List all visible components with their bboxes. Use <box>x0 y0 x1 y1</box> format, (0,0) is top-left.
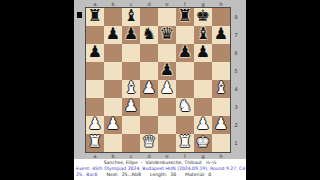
square-g4[interactable] <box>194 80 212 98</box>
game-length: Length: 30 <box>150 172 176 177</box>
black-king-piece[interactable]: ♚ <box>196 7 210 25</box>
black-player-name: Vandenbussche, Thibaut <box>145 160 201 165</box>
rank-label-1: 1 <box>232 134 240 152</box>
last-move: 25. Bxc6 <box>76 172 97 177</box>
white-king-piece[interactable]: ♚ <box>196 133 210 151</box>
white-pawn-piece[interactable]: ♟ <box>88 115 102 133</box>
square-a5[interactable] <box>86 62 104 80</box>
players-separator: - <box>141 160 143 165</box>
white-bishop-piece[interactable]: ♝ <box>124 79 138 97</box>
black-pawn-piece[interactable]: ♟ <box>196 43 210 61</box>
square-d6[interactable] <box>140 44 158 62</box>
side-to-move-indicator <box>77 12 82 18</box>
square-e4[interactable]: ♟ <box>158 80 176 98</box>
black-knight-piece[interactable]: ♞ <box>142 25 156 43</box>
white-rook-piece[interactable]: ♜ <box>178 133 192 151</box>
black-pawn-piece[interactable]: ♟ <box>106 25 120 43</box>
square-b4[interactable] <box>104 80 122 98</box>
square-h1[interactable] <box>212 134 230 152</box>
material-balance: Material: 0 <box>185 172 211 177</box>
white-pawn-piece[interactable]: ♟ <box>196 115 210 133</box>
square-h7[interactable]: ♟ <box>212 26 230 44</box>
black-pawn-piece[interactable]: ♟ <box>214 25 228 43</box>
square-h4[interactable]: ♝ <box>212 80 230 98</box>
game-result: ½-½ <box>206 160 217 165</box>
black-pawn-piece[interactable]: ♟ <box>160 61 174 79</box>
chess-board: ♜♝♜♚♟♟♞♛♝♟♟♟♟♟♝♟♟♝♟♞♟♟♟♟♜♛♜♚ <box>85 7 231 153</box>
black-pawn-piece[interactable]: ♟ <box>178 43 192 61</box>
rank-label-2: 2 <box>232 116 240 134</box>
square-e2[interactable] <box>158 116 176 134</box>
square-b1[interactable] <box>104 134 122 152</box>
square-g6[interactable]: ♟ <box>194 44 212 62</box>
black-bishop-piece[interactable]: ♝ <box>124 7 138 25</box>
next-move: Next: 25...Rb8 <box>106 172 140 177</box>
white-pawn-piece[interactable]: ♟ <box>142 79 156 97</box>
square-b2[interactable]: ♟ <box>104 116 122 134</box>
square-f5[interactable] <box>176 62 194 80</box>
square-c7[interactable]: ♟ <box>122 26 140 44</box>
white-bishop-piece[interactable]: ♝ <box>214 79 228 97</box>
rank-label-5: 5 <box>232 62 240 80</box>
square-h2[interactable]: ♟ <box>212 116 230 134</box>
white-rook-piece[interactable]: ♜ <box>88 133 102 151</box>
square-f1[interactable]: ♜ <box>176 134 194 152</box>
square-d3[interactable] <box>140 98 158 116</box>
black-pawn-piece[interactable]: ♟ <box>124 25 138 43</box>
square-a6[interactable]: ♟ <box>86 44 104 62</box>
rank-label-4: 4 <box>232 80 240 98</box>
square-c2[interactable] <box>122 116 140 134</box>
square-b7[interactable]: ♟ <box>104 26 122 44</box>
square-e1[interactable] <box>158 134 176 152</box>
square-e3[interactable] <box>158 98 176 116</box>
rank-label-3: 3 <box>232 98 240 116</box>
black-rook-piece[interactable]: ♜ <box>88 7 102 25</box>
square-b6[interactable] <box>104 44 122 62</box>
square-a4[interactable] <box>86 80 104 98</box>
black-queen-piece[interactable]: ♛ <box>160 25 174 43</box>
caption-panel: Sanches, Filipe-Vandenbussche, Thibaut½-… <box>74 159 246 180</box>
square-f6[interactable]: ♟ <box>176 44 194 62</box>
square-f8[interactable]: ♜ <box>176 8 194 26</box>
rank-labels-right: 87654321 <box>232 8 240 152</box>
rank-label-7: 7 <box>232 26 240 44</box>
video-frame: abcdefgh ♜♝♜♚♟♟♞♛♝♟♟♟♟♟♝♟♟♝♟♞♟♟♟♟♜♛♜♚ 87… <box>0 0 320 180</box>
white-player-name: Sanches, Filipe <box>104 160 138 165</box>
square-e7[interactable]: ♛ <box>158 26 176 44</box>
square-c3[interactable]: ♟ <box>122 98 140 116</box>
square-d7[interactable]: ♞ <box>140 26 158 44</box>
square-a8[interactable]: ♜ <box>86 8 104 26</box>
square-f3[interactable]: ♞ <box>176 98 194 116</box>
white-pawn-piece[interactable]: ♟ <box>160 79 174 97</box>
white-queen-piece[interactable]: ♛ <box>142 133 156 151</box>
square-d1[interactable]: ♛ <box>140 134 158 152</box>
black-rook-piece[interactable]: ♜ <box>178 7 192 25</box>
square-c6[interactable] <box>122 44 140 62</box>
square-c1[interactable] <box>122 134 140 152</box>
square-d4[interactable]: ♟ <box>140 80 158 98</box>
black-pawn-piece[interactable]: ♟ <box>88 43 102 61</box>
white-pawn-piece[interactable]: ♟ <box>124 97 138 115</box>
square-h6[interactable] <box>212 44 230 62</box>
square-g1[interactable]: ♚ <box>194 134 212 152</box>
rank-label-8: 8 <box>232 8 240 26</box>
square-g5[interactable] <box>194 62 212 80</box>
square-a1[interactable]: ♜ <box>86 134 104 152</box>
status-line: 25. Bxc6Next: 25...Rb8Length: 30Material… <box>74 172 246 178</box>
square-b5[interactable] <box>104 62 122 80</box>
white-pawn-piece[interactable]: ♟ <box>214 115 228 133</box>
rank-label-6: 6 <box>232 44 240 62</box>
black-bishop-piece[interactable]: ♝ <box>196 25 210 43</box>
white-knight-piece[interactable]: ♞ <box>178 97 192 115</box>
white-pawn-piece[interactable]: ♟ <box>106 115 120 133</box>
